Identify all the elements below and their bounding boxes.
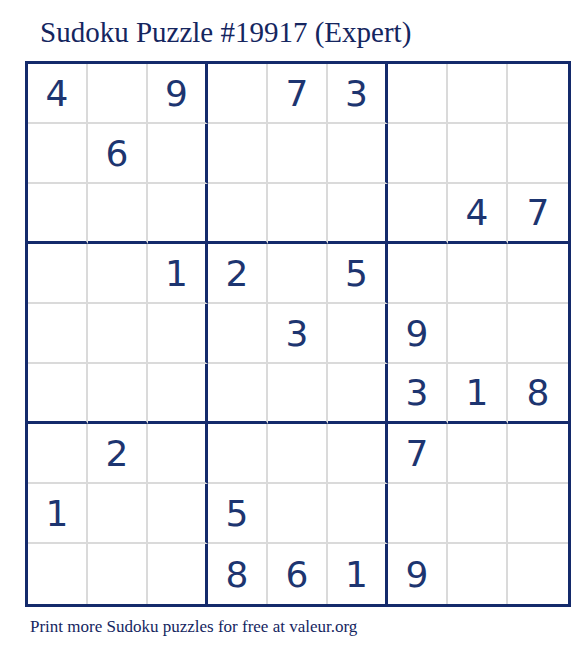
- sudoku-cell-r6c3: [148, 364, 208, 424]
- sudoku-cell-r8c3: [148, 484, 208, 544]
- sudoku-cell-r8c2: [88, 484, 148, 544]
- sudoku-cell-r8c7: [388, 484, 448, 544]
- sudoku-cell-r4c5: [268, 244, 328, 304]
- sudoku-cell-r3c4: [208, 184, 268, 244]
- sudoku-cell-r5c2: [88, 304, 148, 364]
- sudoku-cell-r9c7: 9: [388, 544, 448, 604]
- sudoku-cell-r7c8: [448, 424, 508, 484]
- sudoku-grid: 49736471253931827158619: [25, 61, 571, 607]
- sudoku-cell-r2c2: 6: [88, 124, 148, 184]
- sudoku-cell-r3c8: 4: [448, 184, 508, 244]
- footer-text: Print more Sudoku puzzles for free at va…: [30, 617, 357, 637]
- sudoku-cell-r8c6: [328, 484, 388, 544]
- sudoku-cell-r5c8: [448, 304, 508, 364]
- sudoku-cell-r6c5: [268, 364, 328, 424]
- sudoku-cell-r2c5: [268, 124, 328, 184]
- sudoku-cell-r9c9: [508, 544, 568, 604]
- sudoku-cell-r7c3: [148, 424, 208, 484]
- sudoku-cell-r2c9: [508, 124, 568, 184]
- sudoku-cell-r4c9: [508, 244, 568, 304]
- sudoku-cell-r7c1: [28, 424, 88, 484]
- sudoku-cell-r5c6: [328, 304, 388, 364]
- sudoku-cell-r1c4: [208, 64, 268, 124]
- sudoku-cell-r4c6: 5: [328, 244, 388, 304]
- sudoku-cell-r4c1: [28, 244, 88, 304]
- sudoku-cell-r1c6: 3: [328, 64, 388, 124]
- sudoku-cell-r1c2: [88, 64, 148, 124]
- sudoku-cell-r6c4: [208, 364, 268, 424]
- sudoku-cell-r2c6: [328, 124, 388, 184]
- page: Sudoku Puzzle #19917 (Expert) 4973647125…: [0, 0, 580, 651]
- sudoku-cell-r4c2: [88, 244, 148, 304]
- sudoku-cell-r1c3: 9: [148, 64, 208, 124]
- sudoku-cell-r1c1: 4: [28, 64, 88, 124]
- sudoku-cell-r4c4: 2: [208, 244, 268, 304]
- sudoku-cell-r5c4: [208, 304, 268, 364]
- sudoku-cell-r4c8: [448, 244, 508, 304]
- sudoku-cell-r7c6: [328, 424, 388, 484]
- sudoku-cell-r7c7: 7: [388, 424, 448, 484]
- sudoku-cell-r5c7: 9: [388, 304, 448, 364]
- sudoku-cell-r5c3: [148, 304, 208, 364]
- sudoku-cell-r8c5: [268, 484, 328, 544]
- sudoku-cell-r2c3: [148, 124, 208, 184]
- sudoku-cell-r7c9: [508, 424, 568, 484]
- sudoku-cell-r1c7: [388, 64, 448, 124]
- sudoku-cell-r7c5: [268, 424, 328, 484]
- sudoku-cell-r8c4: 5: [208, 484, 268, 544]
- sudoku-cell-r9c8: [448, 544, 508, 604]
- sudoku-cell-r3c9: 7: [508, 184, 568, 244]
- sudoku-cell-r9c3: [148, 544, 208, 604]
- sudoku-cell-r3c6: [328, 184, 388, 244]
- sudoku-cell-r8c9: [508, 484, 568, 544]
- sudoku-cell-r9c5: 6: [268, 544, 328, 604]
- sudoku-cell-r6c9: 8: [508, 364, 568, 424]
- sudoku-cell-r5c1: [28, 304, 88, 364]
- sudoku-cell-r2c1: [28, 124, 88, 184]
- sudoku-cell-r7c2: 2: [88, 424, 148, 484]
- sudoku-cell-r3c7: [388, 184, 448, 244]
- sudoku-cell-r3c2: [88, 184, 148, 244]
- sudoku-cell-r6c8: 1: [448, 364, 508, 424]
- sudoku-cell-r9c6: 1: [328, 544, 388, 604]
- sudoku-cell-r4c3: 1: [148, 244, 208, 304]
- page-title: Sudoku Puzzle #19917 (Expert): [40, 15, 411, 50]
- sudoku-cell-r4c7: [388, 244, 448, 304]
- sudoku-cell-r5c9: [508, 304, 568, 364]
- sudoku-cell-r6c6: [328, 364, 388, 424]
- sudoku-cell-r1c5: 7: [268, 64, 328, 124]
- sudoku-cell-r6c2: [88, 364, 148, 424]
- sudoku-cell-r8c1: 1: [28, 484, 88, 544]
- sudoku-cell-r3c3: [148, 184, 208, 244]
- sudoku-cell-r9c1: [28, 544, 88, 604]
- sudoku-cell-r1c8: [448, 64, 508, 124]
- sudoku-cell-r1c9: [508, 64, 568, 124]
- sudoku-cell-r5c5: 3: [268, 304, 328, 364]
- sudoku-cell-r9c2: [88, 544, 148, 604]
- sudoku-cell-r7c4: [208, 424, 268, 484]
- sudoku-cell-r3c1: [28, 184, 88, 244]
- sudoku-cell-r3c5: [268, 184, 328, 244]
- sudoku-cell-r8c8: [448, 484, 508, 544]
- sudoku-cell-r2c7: [388, 124, 448, 184]
- sudoku-cell-r2c8: [448, 124, 508, 184]
- sudoku-cell-r9c4: 8: [208, 544, 268, 604]
- sudoku-cell-r6c1: [28, 364, 88, 424]
- sudoku-cell-r6c7: 3: [388, 364, 448, 424]
- sudoku-cell-r2c4: [208, 124, 268, 184]
